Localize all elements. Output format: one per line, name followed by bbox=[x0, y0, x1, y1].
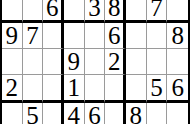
cell-r4c7[interactable] bbox=[126, 23, 147, 49]
sudoku-grid: 3563879768922156546882 bbox=[0, 0, 190, 124]
cell-r5c1[interactable] bbox=[2, 49, 23, 75]
cell-r3c6[interactable]: 8 bbox=[105, 0, 126, 23]
cell-r3c5[interactable]: 3 bbox=[85, 0, 106, 23]
cell-r4c2[interactable]: 7 bbox=[23, 23, 44, 49]
cell-r6c1[interactable]: 2 bbox=[2, 75, 23, 103]
cell-r5c8[interactable] bbox=[147, 49, 168, 75]
cell-r6c4[interactable]: 1 bbox=[64, 75, 85, 103]
cell-r4c3[interactable] bbox=[43, 23, 64, 49]
cell-r7c3[interactable] bbox=[43, 103, 64, 124]
cell-r5c3[interactable] bbox=[43, 49, 64, 75]
cell-r6c3[interactable] bbox=[43, 75, 64, 103]
cell-r5c7[interactable] bbox=[126, 49, 147, 75]
cell-r6c2[interactable] bbox=[23, 75, 44, 103]
cell-r4c4[interactable] bbox=[64, 23, 85, 49]
cell-r7c7[interactable]: 8 bbox=[126, 103, 147, 124]
cell-r6c5[interactable] bbox=[85, 75, 106, 103]
cell-r5c2[interactable] bbox=[23, 49, 44, 75]
cell-r4c6[interactable]: 6 bbox=[105, 23, 126, 49]
cell-r6c7[interactable] bbox=[126, 75, 147, 103]
cell-r7c4[interactable]: 4 bbox=[64, 103, 85, 124]
cell-r5c4[interactable]: 9 bbox=[64, 49, 85, 75]
cell-r7c1[interactable] bbox=[2, 103, 23, 124]
cell-r4c9[interactable]: 8 bbox=[167, 23, 188, 49]
cell-r6c9[interactable]: 6 bbox=[167, 75, 188, 103]
cell-r7c2[interactable]: 5 bbox=[23, 103, 44, 124]
cell-r5c9[interactable] bbox=[167, 49, 188, 75]
cell-r3c9[interactable] bbox=[167, 0, 188, 23]
cell-r7c9[interactable] bbox=[167, 103, 188, 124]
cell-r3c2[interactable] bbox=[23, 0, 44, 23]
cell-r6c6[interactable] bbox=[105, 75, 126, 103]
cell-r7c5[interactable]: 6 bbox=[85, 103, 106, 124]
sudoku-screenshot: 3563879768922156546882 bbox=[0, 0, 190, 124]
cell-r3c1[interactable] bbox=[2, 0, 23, 23]
cell-r3c3[interactable]: 6 bbox=[43, 0, 64, 23]
cell-r4c1[interactable]: 9 bbox=[2, 23, 23, 49]
cell-r3c8[interactable]: 7 bbox=[147, 0, 168, 23]
cell-r7c8[interactable] bbox=[147, 103, 168, 124]
cell-r6c8[interactable]: 5 bbox=[147, 75, 168, 103]
cell-r7c6[interactable] bbox=[105, 103, 126, 124]
cell-r4c8[interactable] bbox=[147, 23, 168, 49]
cell-r5c6[interactable]: 2 bbox=[105, 49, 126, 75]
cell-r4c5[interactable] bbox=[85, 23, 106, 49]
cell-r5c5[interactable] bbox=[85, 49, 106, 75]
cell-r3c4[interactable] bbox=[64, 0, 85, 23]
cell-r3c7[interactable] bbox=[126, 0, 147, 23]
